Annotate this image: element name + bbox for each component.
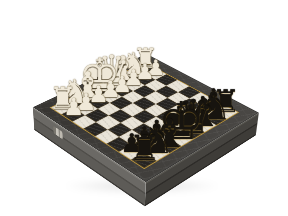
square-h5 — [95, 129, 120, 143]
square-h3 — [73, 115, 97, 129]
square-e8 — [169, 131, 194, 146]
product-photo-scene: ♜♞♝♛♚♝♞♜♟♟♟♟♟♟♟♟♟♟♟♟♟♟♟♟♜♞♝♛♚♝♞♜ — [0, 0, 288, 216]
latch-clasp-icon — [53, 126, 62, 140]
square-g3 — [85, 109, 109, 122]
square-g7 — [132, 137, 157, 152]
square-e7 — [157, 124, 181, 138]
square-f7 — [144, 131, 169, 146]
square-g8 — [144, 145, 169, 160]
square-c7 — [180, 111, 204, 124]
square-g4 — [97, 116, 121, 130]
square-h2 — [62, 108, 86, 121]
square-h4 — [84, 122, 108, 136]
square-h8 — [131, 152, 157, 168]
square-e5 — [133, 110, 157, 123]
square-b8 — [204, 112, 228, 125]
board-rim — [33, 54, 259, 183]
square-h7 — [119, 145, 144, 160]
square-g5 — [108, 123, 132, 137]
square-f8 — [157, 138, 182, 153]
square-g6 — [120, 130, 145, 145]
square-d8 — [181, 125, 205, 139]
square-f4 — [109, 109, 133, 122]
square-c8 — [192, 118, 216, 132]
square-e6 — [144, 117, 168, 131]
chess-box — [33, 54, 259, 183]
square-h6 — [107, 137, 132, 152]
square-d7 — [168, 117, 192, 131]
square-f5 — [121, 116, 145, 130]
square-d6 — [156, 111, 180, 124]
square-f6 — [132, 123, 156, 137]
